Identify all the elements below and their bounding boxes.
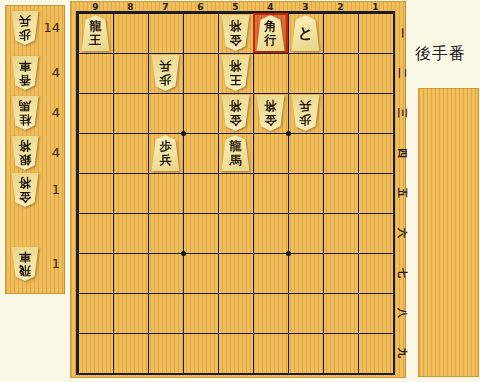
hand-count-rook: 1 [52,257,60,271]
koma-silver[interactable]: 銀将 [10,136,40,170]
rank-label-text: 六 [395,228,409,238]
rank-label-text: 三 [395,108,409,118]
koma-pawn-3三[interactable]: 歩兵 [290,95,321,131]
koma-kanji: 兵 [300,100,312,112]
koma-kanji: 香 [19,74,31,86]
rank-label-9: 九 [395,333,409,373]
koma-kanji: 金 [19,191,31,203]
rank-label-6: 六 [395,213,409,253]
rank-label-text: 八 [395,308,409,318]
rank-label-text: 二 [395,68,409,78]
shogi-board[interactable]: 龍王金将角行と歩兵王将金将金将歩兵歩兵龍馬 [76,11,395,375]
koma-gold[interactable]: 金将 [10,173,40,207]
koma-kanji: 行 [265,34,277,46]
hand-count-pawn: 14 [43,21,60,35]
koma-kanji: 王 [90,34,102,46]
koma-kanji: 飛 [19,265,31,277]
koma-rook[interactable]: 飛車 [10,247,40,281]
koma-kanji: 龍 [230,140,242,152]
koma-tokin-3一[interactable]: と [290,15,321,51]
koma-kanji: 角 [265,20,277,32]
koma-kanji: 将 [265,100,277,112]
koma-kanji: と [298,25,313,41]
koma-kanji: 歩 [160,140,172,152]
koma-bishop-4一[interactable]: 角行 [255,15,286,51]
rank-label-text: 一 [395,28,409,38]
koma-kanji: 金 [230,114,242,126]
koma-kanji: 将 [230,100,242,112]
koma-kanji: 歩 [300,114,312,126]
koma-dragon-horse-5四[interactable]: 龍馬 [220,135,251,171]
rank-label-text: 九 [395,348,409,358]
koma-kanji: 歩 [160,74,172,86]
board-area: 987654321 龍王金将角行と歩兵王将金将金将歩兵歩兵龍馬 一二三四五六七八… [70,1,406,378]
rank-label-2: 二 [395,53,409,93]
koma-king-5二[interactable]: 王将 [220,55,251,91]
koma-kanji: 王 [230,74,242,86]
koma-kanji: 龍 [90,20,102,32]
koma-kanji: 兵 [19,15,31,27]
koma-gold-4三[interactable]: 金将 [255,95,286,131]
turn-indicator: 後手番 [415,44,466,65]
rank-label-7: 七 [395,253,409,293]
koma-kanji: 車 [19,60,31,72]
koma-kanji: 歩 [19,29,31,41]
koma-kanji: 馬 [230,154,242,166]
rank-label-text: 五 [395,188,409,198]
koma-gold-5一[interactable]: 金将 [220,15,251,51]
koma-knight[interactable]: 桂馬 [10,96,40,130]
hand-count-gold: 1 [52,183,60,197]
koma-kanji: 兵 [160,60,172,72]
koma-gold-5三[interactable]: 金将 [220,95,251,131]
koma-pawn-7二[interactable]: 歩兵 [150,55,181,91]
hand-count-silver: 4 [52,146,60,160]
koma-kanji: 金 [230,34,242,46]
rank-label-1: 一 [395,13,409,53]
gote-hand-tray: 歩兵14香車4桂馬4銀将4金将1飛車1 [5,5,65,294]
rank-labels: 一二三四五六七八九 [395,13,409,373]
star-point [181,131,186,136]
rank-label-3: 三 [395,93,409,133]
koma-pawn-7四[interactable]: 歩兵 [150,135,181,171]
koma-kanji: 桂 [19,114,31,126]
star-point [181,251,186,256]
koma-kanji: 将 [19,140,31,152]
koma-lance[interactable]: 香車 [10,56,40,90]
koma-kanji: 兵 [160,154,172,166]
hand-count-knight: 4 [52,106,60,120]
koma-dragon-king-9一[interactable]: 龍王 [80,15,111,51]
koma-kanji: 金 [265,114,277,126]
rank-label-5: 五 [395,173,409,213]
koma-kanji: 馬 [19,100,31,112]
koma-kanji: 将 [19,177,31,189]
rank-label-8: 八 [395,293,409,333]
koma-kanji: 車 [19,251,31,263]
koma-kanji: 銀 [19,154,31,166]
koma-pawn[interactable]: 歩兵 [10,11,40,45]
star-point [286,131,291,136]
rank-label-text: 四 [395,148,409,158]
rank-label-4: 四 [395,133,409,173]
koma-kanji: 将 [230,20,242,32]
shogi-app: 歩兵14香車4桂馬4銀将4金将1飛車1 987654321 龍王金将角行と歩兵王… [0,0,480,382]
hand-count-lance: 4 [52,66,60,80]
star-point [286,251,291,256]
koma-kanji: 将 [230,60,242,72]
rank-label-text: 七 [395,268,409,278]
sente-hand-tray [418,88,479,377]
